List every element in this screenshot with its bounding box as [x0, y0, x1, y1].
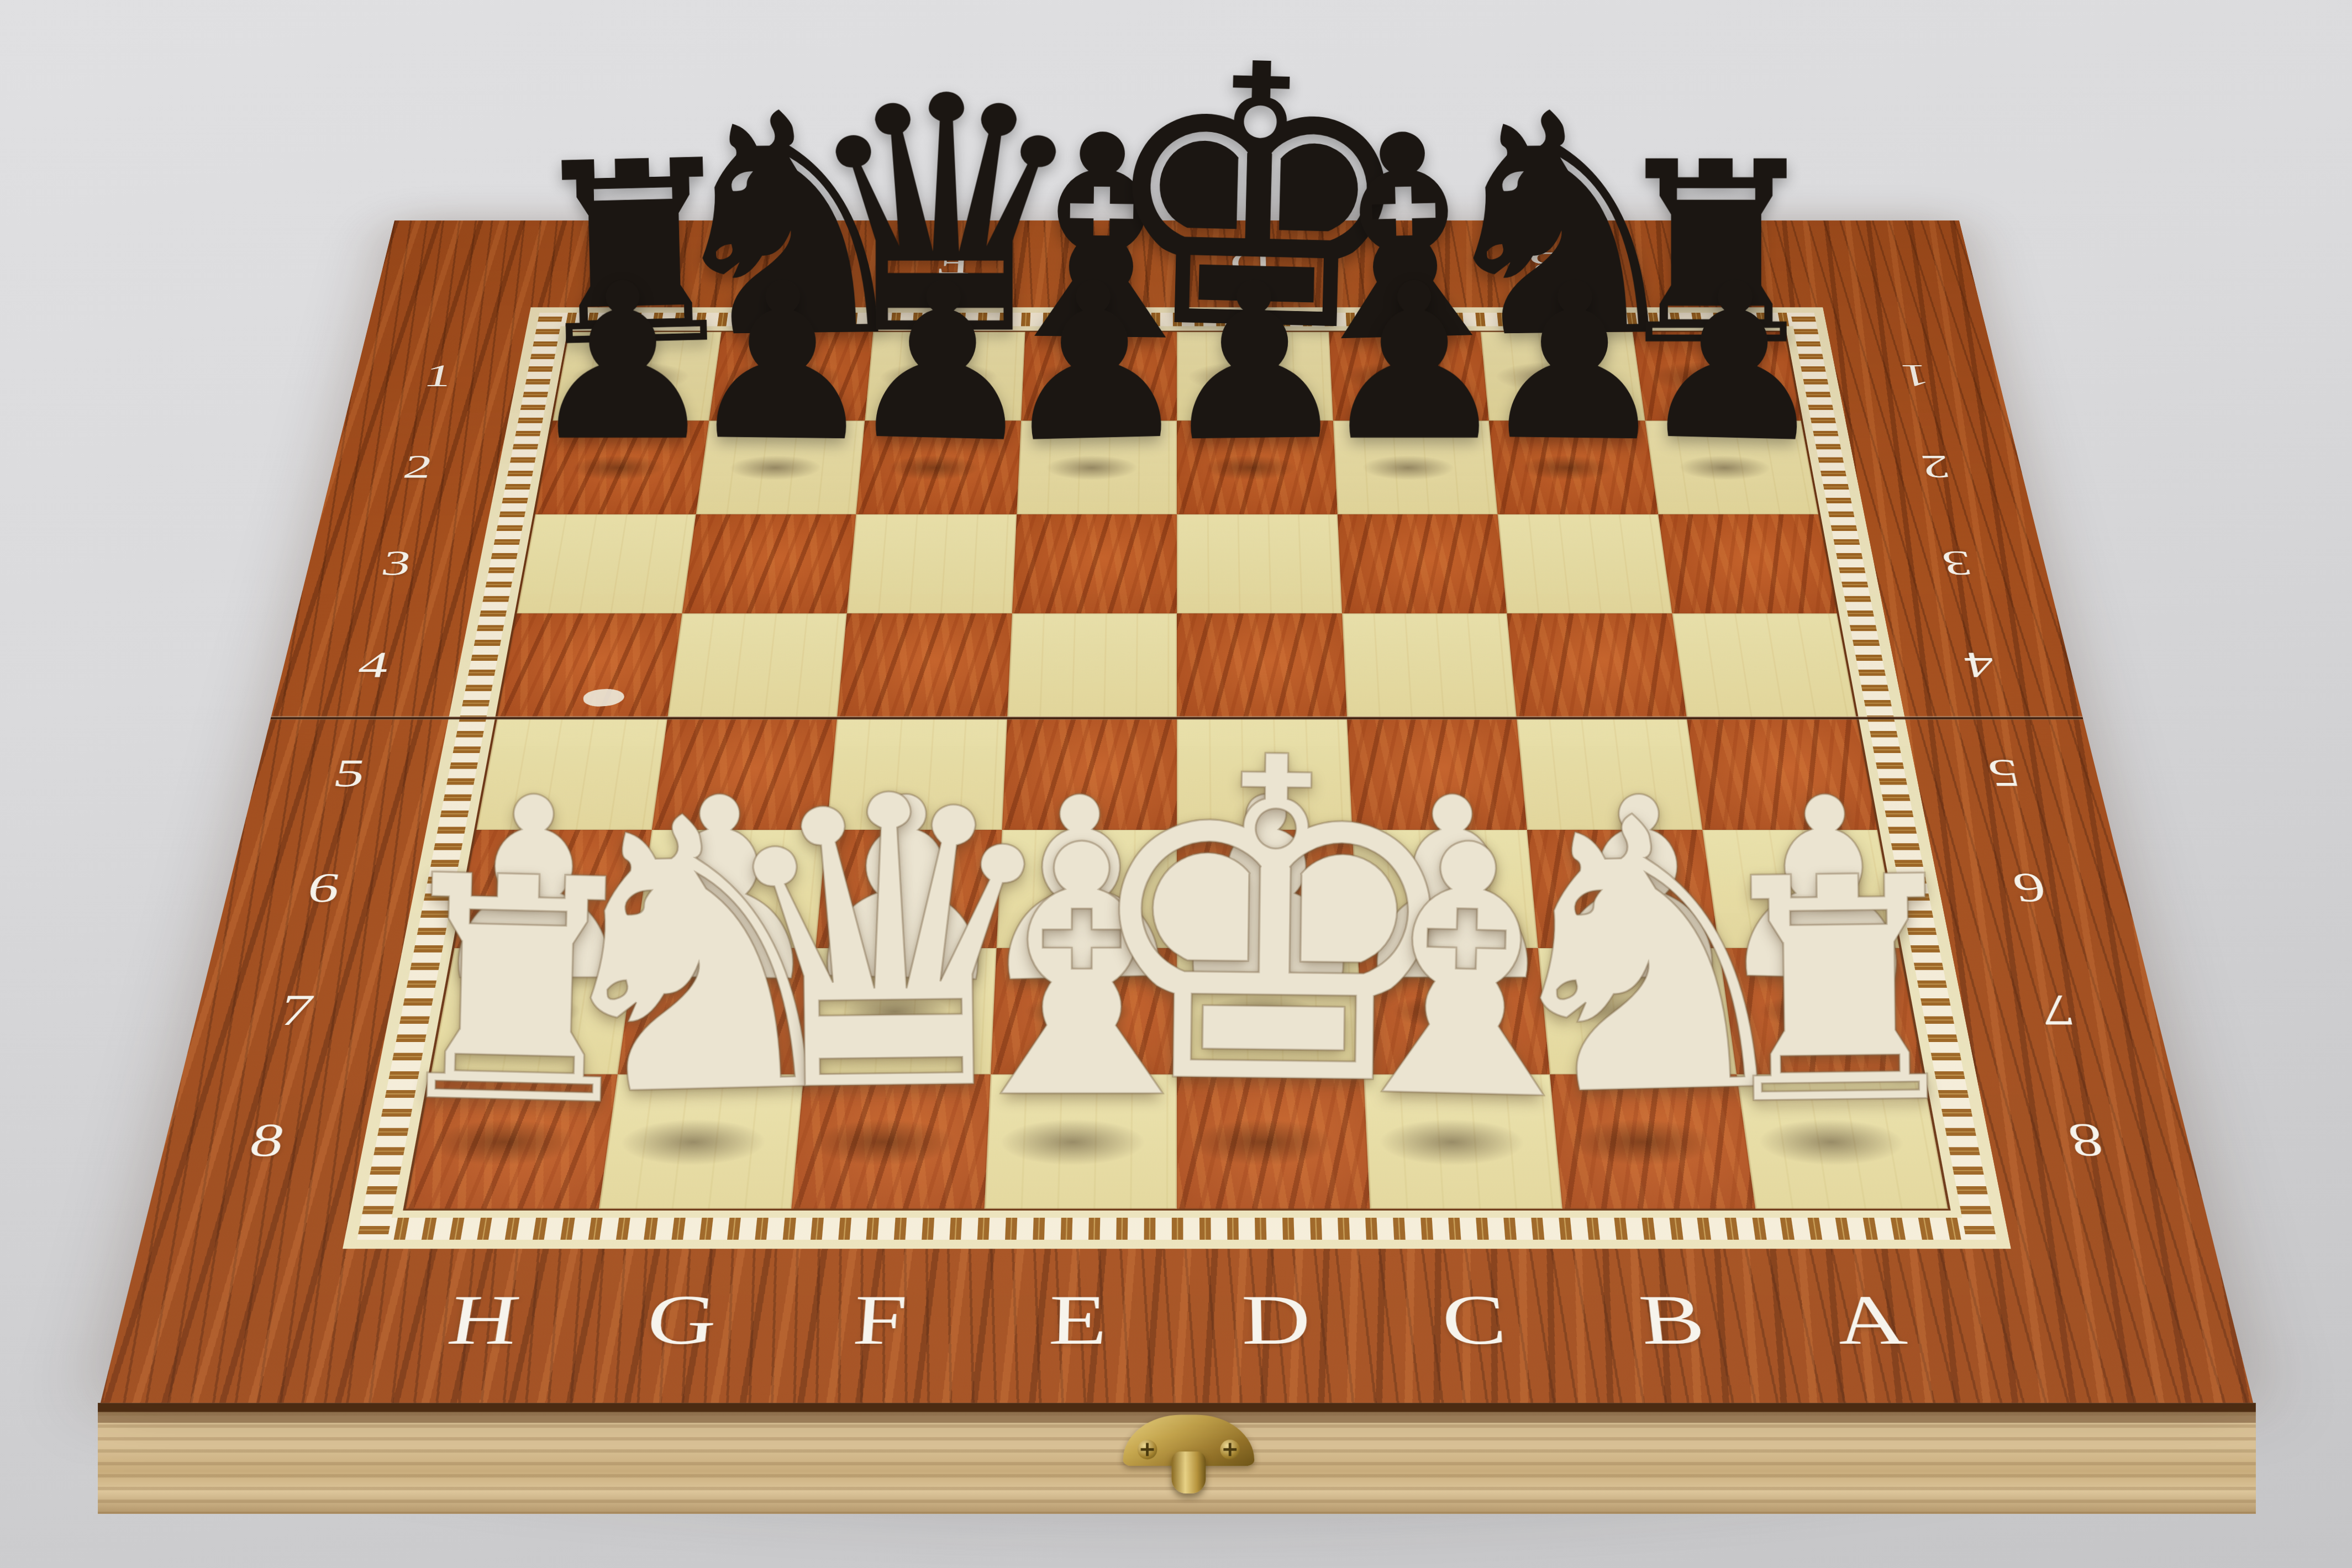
- square-f1: [865, 332, 1025, 421]
- clasp-knob: [1171, 1451, 1206, 1493]
- rank-label-left-3: 3: [305, 546, 487, 581]
- square-d3: [1177, 514, 1342, 613]
- rank-label-right-3: 3: [1866, 546, 2049, 581]
- file-label-top-e: E: [1027, 247, 1177, 280]
- square-e1: [1021, 332, 1177, 421]
- file-label-top-b: B: [1472, 247, 1625, 280]
- square-g1: [709, 332, 873, 421]
- file-label-top-f: F: [878, 247, 1029, 280]
- square-d2: [1177, 420, 1337, 514]
- square-h1: [553, 332, 722, 421]
- rank-label-left-4: 4: [280, 646, 467, 683]
- file-label-top-a: A: [1620, 247, 1775, 280]
- square-f4: [837, 613, 1012, 718]
- square-a1: [1633, 332, 1801, 421]
- square-h3: [517, 514, 696, 613]
- square-h2: [535, 420, 709, 514]
- rank-label-right-1: 1: [1829, 360, 2002, 391]
- square-a4: [1672, 613, 1856, 718]
- white-rook-glyph: ♜: [1699, 836, 1980, 1148]
- square-b2: [1489, 420, 1658, 514]
- square-a2: [1645, 420, 1818, 514]
- file-label-top-h: H: [579, 247, 733, 280]
- clasp-screw-left: [1138, 1440, 1157, 1460]
- brass-clasp: [1123, 1415, 1255, 1466]
- square-g4: [667, 613, 847, 718]
- square-f3: [847, 514, 1017, 613]
- square-c2: [1333, 420, 1497, 514]
- scene: 1234567812345678HGFEDCBAHGFEDCBA ♜♞♛♝♚♝♞…: [0, 0, 2352, 1568]
- square-e2: [1017, 420, 1177, 514]
- square-b4: [1507, 613, 1686, 718]
- square-c1: [1329, 332, 1489, 421]
- rank-label-right-4: 4: [1886, 646, 2074, 683]
- square-g2: [696, 420, 865, 514]
- square-g3: [682, 514, 856, 613]
- square-h4: [497, 613, 682, 718]
- square-b3: [1498, 514, 1672, 613]
- square-c3: [1337, 514, 1507, 613]
- rank-label-left-2: 2: [329, 450, 507, 483]
- file-label-top-c: C: [1325, 247, 1476, 280]
- file-label-top-g: G: [728, 247, 881, 280]
- file-label-top-d: D: [1177, 247, 1327, 280]
- chess-board: 1234567812345678HGFEDCBAHGFEDCBA ♜♞♛♝♚♝♞…: [101, 220, 2253, 1403]
- square-e3: [1012, 514, 1177, 613]
- square-f2: [856, 420, 1020, 514]
- clasp-screw-right: [1220, 1440, 1240, 1460]
- board-front-edge: [98, 1403, 2256, 1514]
- rank-label-right-2: 2: [1848, 450, 2025, 483]
- square-d1: [1177, 332, 1333, 421]
- square-a3: [1658, 514, 1837, 613]
- rank-label-left-1: 1: [352, 360, 524, 391]
- square-b1: [1481, 332, 1645, 421]
- photo-backdrop: 1234567812345678HGFEDCBAHGFEDCBA ♜♞♛♝♚♝♞…: [0, 0, 2352, 1568]
